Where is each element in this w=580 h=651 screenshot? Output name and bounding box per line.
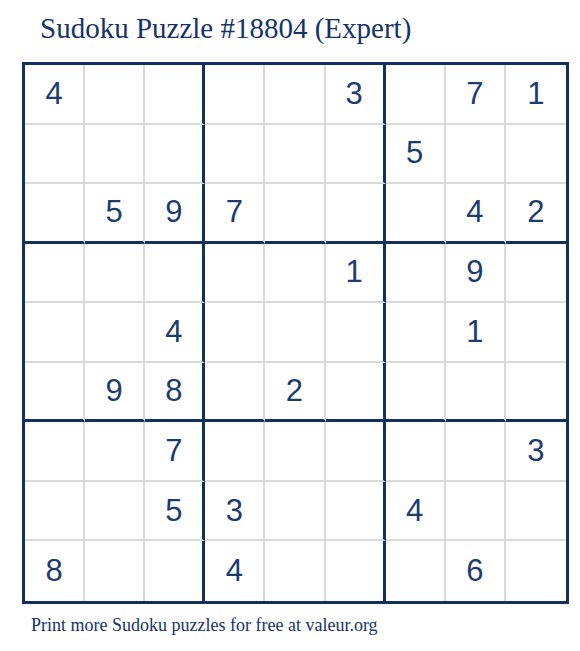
cell-r2c4[interactable] (205, 125, 265, 185)
cell-r9c8[interactable]: 6 (446, 541, 506, 601)
cell-r8c7[interactable]: 4 (386, 482, 446, 542)
cell-r3c6[interactable] (326, 184, 386, 244)
cell-r1c7[interactable] (386, 65, 446, 125)
cell-r6c7[interactable] (386, 363, 446, 423)
cell-r7c1[interactable] (25, 422, 85, 482)
cell-r4c8[interactable]: 9 (446, 244, 506, 304)
cell-r8c5[interactable] (265, 482, 325, 542)
cell-r3c7[interactable] (386, 184, 446, 244)
cell-r6c6[interactable] (326, 363, 386, 423)
cell-r6c8[interactable] (446, 363, 506, 423)
cell-r5c6[interactable] (326, 303, 386, 363)
page-title: Sudoku Puzzle #18804 (Expert) (40, 11, 411, 46)
cell-r6c3[interactable]: 8 (145, 363, 205, 423)
cell-r6c5[interactable]: 2 (265, 363, 325, 423)
cell-r8c2[interactable] (85, 482, 145, 542)
cell-r3c3[interactable]: 9 (145, 184, 205, 244)
cell-r4c3[interactable] (145, 244, 205, 304)
cell-r3c9[interactable]: 2 (506, 184, 566, 244)
cell-r8c1[interactable] (25, 482, 85, 542)
cell-r9c7[interactable] (386, 541, 446, 601)
cell-r5c7[interactable] (386, 303, 446, 363)
cell-r1c1[interactable]: 4 (25, 65, 85, 125)
sudoku-grid: 4371559742194198273534846 (22, 62, 569, 604)
cell-r7c2[interactable] (85, 422, 145, 482)
cell-r2c8[interactable] (446, 125, 506, 185)
cell-r8c8[interactable] (446, 482, 506, 542)
cell-r9c4[interactable]: 4 (205, 541, 265, 601)
cell-r7c3[interactable]: 7 (145, 422, 205, 482)
cell-r7c8[interactable] (446, 422, 506, 482)
cell-r4c9[interactable] (506, 244, 566, 304)
cell-r4c2[interactable] (85, 244, 145, 304)
cell-r8c3[interactable]: 5 (145, 482, 205, 542)
cell-r9c3[interactable] (145, 541, 205, 601)
cell-r3c8[interactable]: 4 (446, 184, 506, 244)
cell-r1c4[interactable] (205, 65, 265, 125)
cell-r7c9[interactable]: 3 (506, 422, 566, 482)
cell-r3c1[interactable] (25, 184, 85, 244)
footer-text: Print more Sudoku puzzles for free at va… (31, 614, 378, 637)
cell-r5c2[interactable] (85, 303, 145, 363)
cell-r2c6[interactable] (326, 125, 386, 185)
cell-r5c4[interactable] (205, 303, 265, 363)
cell-r2c1[interactable] (25, 125, 85, 185)
cell-r6c1[interactable] (25, 363, 85, 423)
cell-r9c9[interactable] (506, 541, 566, 601)
cell-r1c8[interactable]: 7 (446, 65, 506, 125)
cell-r9c6[interactable] (326, 541, 386, 601)
cell-r2c3[interactable] (145, 125, 205, 185)
cell-r8c4[interactable]: 3 (205, 482, 265, 542)
cell-r5c8[interactable]: 1 (446, 303, 506, 363)
cell-r3c4[interactable]: 7 (205, 184, 265, 244)
cell-r1c3[interactable] (145, 65, 205, 125)
cell-r7c5[interactable] (265, 422, 325, 482)
cell-r4c7[interactable] (386, 244, 446, 304)
cell-r4c6[interactable]: 1 (326, 244, 386, 304)
cell-r3c5[interactable] (265, 184, 325, 244)
cell-r5c1[interactable] (25, 303, 85, 363)
cell-r7c6[interactable] (326, 422, 386, 482)
cell-r5c3[interactable]: 4 (145, 303, 205, 363)
cell-r2c7[interactable]: 5 (386, 125, 446, 185)
cell-r1c2[interactable] (85, 65, 145, 125)
cell-r1c6[interactable]: 3 (326, 65, 386, 125)
cell-r8c9[interactable] (506, 482, 566, 542)
cell-r3c2[interactable]: 5 (85, 184, 145, 244)
cell-r8c6[interactable] (326, 482, 386, 542)
cell-r2c5[interactable] (265, 125, 325, 185)
cell-r7c4[interactable] (205, 422, 265, 482)
sudoku-page: Sudoku Puzzle #18804 (Expert) 4371559742… (0, 0, 580, 651)
cell-r4c5[interactable] (265, 244, 325, 304)
cell-r4c1[interactable] (25, 244, 85, 304)
cell-r1c5[interactable] (265, 65, 325, 125)
cell-r4c4[interactable] (205, 244, 265, 304)
cell-r9c1[interactable]: 8 (25, 541, 85, 601)
cell-r6c4[interactable] (205, 363, 265, 423)
cell-r2c9[interactable] (506, 125, 566, 185)
cell-r6c2[interactable]: 9 (85, 363, 145, 423)
cell-r5c5[interactable] (265, 303, 325, 363)
cell-r6c9[interactable] (506, 363, 566, 423)
cell-r7c7[interactable] (386, 422, 446, 482)
cell-r1c9[interactable]: 1 (506, 65, 566, 125)
cell-r9c5[interactable] (265, 541, 325, 601)
cell-r2c2[interactable] (85, 125, 145, 185)
cell-r5c9[interactable] (506, 303, 566, 363)
cell-r9c2[interactable] (85, 541, 145, 601)
